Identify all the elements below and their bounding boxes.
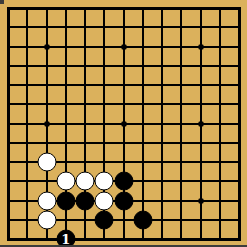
white-stone xyxy=(95,172,114,191)
hoshi-star-point xyxy=(44,121,49,126)
white-stone xyxy=(37,191,56,210)
black-stone xyxy=(114,172,133,191)
black-stone xyxy=(95,210,114,229)
white-stone xyxy=(95,191,114,210)
black-stone xyxy=(114,191,133,210)
grid-line-vertical xyxy=(161,8,163,239)
grid-line-horizontal xyxy=(8,142,239,144)
hoshi-star-point xyxy=(121,121,126,126)
white-stone xyxy=(37,153,56,172)
grid-line-vertical xyxy=(219,8,221,239)
hoshi-star-point xyxy=(198,198,203,203)
go-board[interactable]: 1 xyxy=(0,0,247,247)
black-stone xyxy=(56,191,75,210)
hoshi-star-point xyxy=(198,44,203,49)
grid-line-vertical xyxy=(180,8,182,239)
hoshi-star-point xyxy=(198,121,203,126)
hoshi-star-point xyxy=(121,44,126,49)
white-stone xyxy=(76,172,95,191)
move-number-label: 1 xyxy=(61,233,70,246)
hoshi-star-point xyxy=(44,44,49,49)
white-stone xyxy=(56,172,75,191)
go-diagram: 1 xyxy=(0,0,247,247)
black-stone xyxy=(133,210,152,229)
black-stone xyxy=(76,191,95,210)
grid-line-vertical xyxy=(142,8,144,239)
white-stone xyxy=(37,210,56,229)
